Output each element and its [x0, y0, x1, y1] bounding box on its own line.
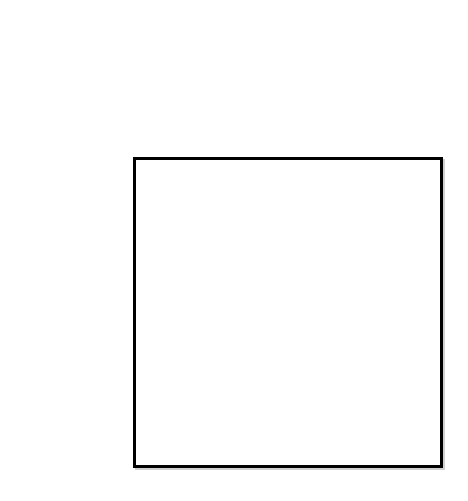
puzzle-grid	[133, 157, 443, 468]
nonogram-puzzle	[0, 0, 468, 501]
column-clues-panel	[136, 29, 440, 160]
row-clues-panel	[4, 160, 136, 465]
